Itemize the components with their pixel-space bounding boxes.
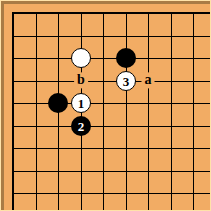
grid-line-horizontal — [12, 36, 210, 37]
grid-line-vertical — [103, 12, 104, 210]
grid-line-horizontal — [12, 12, 210, 14]
white-stone-3: 3 — [116, 71, 136, 91]
white-stone — [71, 48, 91, 68]
grid-line-vertical — [171, 12, 172, 210]
black-stone — [48, 93, 68, 113]
grid-line-horizontal — [12, 81, 210, 82]
go-board: 312ba — [4, 4, 210, 210]
stone-number: 2 — [78, 119, 85, 132]
grid-line-horizontal — [12, 193, 210, 194]
grid-line-vertical — [12, 12, 14, 210]
grid-line-horizontal — [12, 103, 210, 104]
grid-line-vertical — [126, 12, 127, 210]
white-stone-1: 1 — [71, 93, 91, 113]
grid-line-horizontal — [12, 171, 210, 172]
black-stone — [116, 48, 136, 68]
grid-line-horizontal — [12, 58, 210, 59]
grid-line-horizontal — [12, 148, 210, 149]
diagram-inner-frame: 312ba — [1, 1, 210, 210]
diagram-frame: 312ba — [0, 0, 211, 211]
stone-number: 1 — [78, 96, 85, 109]
grid-line-horizontal — [12, 126, 210, 127]
black-stone-2: 2 — [71, 116, 91, 136]
grid-line-vertical — [193, 12, 194, 210]
grid-line-vertical — [148, 12, 149, 210]
stone-number: 3 — [123, 74, 130, 87]
grid-line-vertical — [36, 12, 37, 210]
point-label-a: a — [142, 72, 155, 88]
point-label-b: b — [74, 72, 88, 88]
